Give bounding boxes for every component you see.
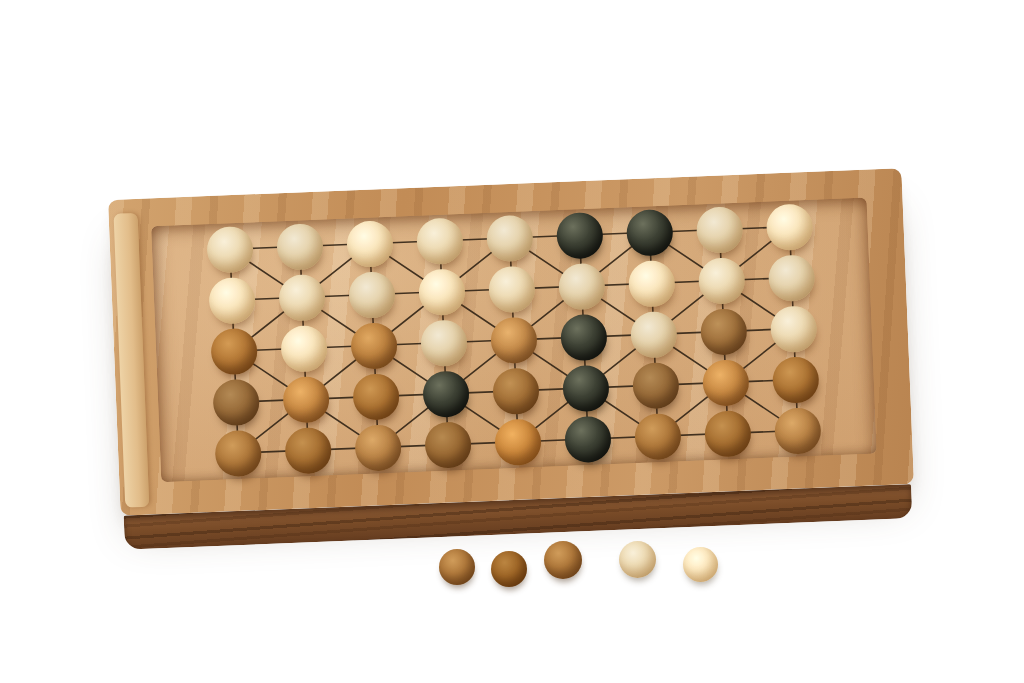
point-r2c3[interactable] [336,268,408,322]
point-r5c1[interactable] [202,426,274,480]
game-board-tray [108,168,914,516]
piece-brown-r5c7[interactable] [634,412,682,460]
piece-black-r4c4[interactable] [422,370,470,418]
point-r5c8[interactable] [692,406,764,460]
piece-brown-r3c5[interactable] [490,316,538,364]
loose-piece-brown[interactable] [544,541,582,579]
point-r1c9[interactable] [754,200,826,254]
point-r4c1[interactable] [200,375,272,429]
piece-cream-r1c2[interactable] [276,222,324,270]
piece-cream-r2c8[interactable] [698,257,746,305]
point-r1c1[interactable] [194,222,266,276]
point-r2c4[interactable] [406,265,478,319]
point-r1c7[interactable] [614,205,686,259]
piece-cream-r2c4[interactable] [418,268,466,316]
point-r3c4[interactable] [408,316,480,370]
piece-black-r5c6[interactable] [564,415,612,463]
piece-cream-r1c4[interactable] [416,217,464,265]
point-r1c6[interactable] [544,208,616,262]
piece-black-r4c6[interactable] [562,364,610,412]
board-grid [194,200,834,480]
piece-cream-r3c4[interactable] [420,319,468,367]
piece-brown-r4c9[interactable] [772,356,820,404]
piece-cream-r2c5[interactable] [488,265,536,313]
point-r3c2[interactable] [268,321,340,375]
piece-brown-r5c8[interactable] [704,409,752,457]
piece-brown-r4c2[interactable] [282,375,330,423]
piece-cream-r2c2[interactable] [278,273,326,321]
piece-cream-r3c9[interactable] [770,305,818,353]
loose-piece-brown[interactable] [439,549,475,585]
point-r4c4[interactable] [410,367,482,421]
point-r2c9[interactable] [756,251,828,305]
piece-black-r1c7[interactable] [626,208,674,256]
piece-brown-r4c1[interactable] [212,378,260,426]
loose-piece-cream[interactable] [619,541,656,578]
piece-brown-r3c8[interactable] [700,308,748,356]
piece-cream-r2c6[interactable] [558,262,606,310]
point-r3c5[interactable] [478,313,550,367]
point-r5c9[interactable] [762,404,834,458]
piece-brown-r3c1[interactable] [210,327,258,375]
piece-brown-r5c4[interactable] [424,421,472,469]
point-r3c9[interactable] [758,302,830,356]
point-r3c3[interactable] [338,319,410,373]
point-r1c4[interactable] [404,214,476,268]
point-r3c6[interactable] [548,310,620,364]
piece-brown-r4c3[interactable] [352,373,400,421]
piece-cream-r3c7[interactable] [630,310,678,358]
piece-brown-r3c3[interactable] [350,322,398,370]
point-r4c3[interactable] [340,370,412,424]
point-r4c6[interactable] [550,361,622,415]
piece-black-r1c6[interactable] [556,211,604,259]
piece-brown-r5c1[interactable] [214,429,262,477]
point-r4c9[interactable] [760,353,832,407]
point-r1c3[interactable] [334,217,406,271]
piece-brown-r5c3[interactable] [354,424,402,472]
loose-piece-brown[interactable] [491,551,527,587]
point-r3c1[interactable] [198,324,270,378]
fanorona-board [194,200,834,480]
point-r5c7[interactable] [622,409,694,463]
loose-piece-cream[interactable] [683,547,718,582]
piece-brown-r5c2[interactable] [284,426,332,474]
piece-cream-r1c1[interactable] [206,225,254,273]
point-r3c7[interactable] [618,307,690,361]
point-r5c3[interactable] [342,421,414,475]
photo-scene [0,0,1024,683]
point-r5c2[interactable] [272,423,344,477]
point-r2c1[interactable] [196,273,268,327]
point-r2c5[interactable] [476,262,548,316]
point-r4c7[interactable] [620,358,692,412]
piece-brown-r4c7[interactable] [632,361,680,409]
point-r3c8[interactable] [688,305,760,359]
point-r2c6[interactable] [546,259,618,313]
point-r5c4[interactable] [412,418,484,472]
piece-cream-r3c2[interactable] [280,324,328,372]
piece-brown-r4c5[interactable] [492,367,540,415]
point-r2c7[interactable] [616,256,688,310]
piece-cream-r2c1[interactable] [208,276,256,324]
piece-cream-r2c9[interactable] [768,254,816,302]
point-r4c5[interactable] [480,364,552,418]
piece-cream-r1c8[interactable] [696,206,744,254]
point-r2c8[interactable] [686,254,758,308]
piece-cream-r2c7[interactable] [628,259,676,307]
piece-cream-r2c3[interactable] [348,271,396,319]
point-r1c2[interactable] [264,220,336,274]
piece-cream-r1c5[interactable] [486,214,534,262]
point-r4c2[interactable] [270,372,342,426]
piece-cream-r1c3[interactable] [346,220,394,268]
point-r2c2[interactable] [266,270,338,324]
tray-left-rail [114,213,150,508]
point-r1c8[interactable] [684,203,756,257]
piece-brown-r4c8[interactable] [702,359,750,407]
board-recess [151,198,877,483]
piece-brown-r5c9[interactable] [774,407,822,455]
piece-brown-r5c5[interactable] [494,418,542,466]
point-r5c5[interactable] [482,415,554,469]
piece-black-r3c6[interactable] [560,313,608,361]
piece-cream-r1c9[interactable] [766,203,814,251]
point-r5c6[interactable] [552,412,624,466]
point-r4c8[interactable] [690,356,762,410]
point-r1c5[interactable] [474,211,546,265]
